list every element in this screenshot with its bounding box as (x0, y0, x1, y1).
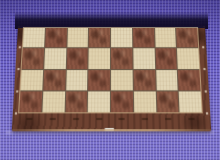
square-a2 (20, 70, 42, 91)
right-border-dot (204, 90, 206, 92)
square-e2 (111, 70, 133, 91)
square-b1 (42, 91, 64, 112)
file-mark (165, 118, 171, 120)
left-border-dot (16, 90, 18, 92)
square-h4 (176, 28, 198, 47)
folded-chess-box (12, 26, 212, 131)
square-h3 (177, 49, 199, 69)
file-mark (96, 118, 102, 120)
mat-highlight (6, 131, 214, 134)
square-a3 (22, 49, 44, 69)
right-border-dot (202, 46, 204, 48)
chess-board (12, 26, 212, 131)
square-c4 (67, 28, 88, 47)
square-g2 (156, 70, 178, 91)
square-b4 (45, 28, 67, 47)
scene (0, 0, 220, 160)
square-b2 (43, 70, 65, 91)
border-coordinate-marks (18, 118, 204, 121)
square-c1 (65, 91, 87, 112)
square-f4 (133, 28, 154, 47)
board-bottom-edge (12, 129, 212, 131)
file-mark (49, 118, 55, 120)
square-g4 (155, 28, 177, 47)
square-h2 (178, 70, 200, 91)
board-squares (19, 28, 201, 112)
board-inner-frame (18, 27, 203, 113)
left-border-dot (14, 113, 16, 115)
square-d3 (89, 49, 110, 69)
left-border-dot (17, 68, 19, 70)
square-h1 (179, 91, 202, 112)
file-mark (188, 118, 194, 120)
square-c2 (66, 70, 88, 91)
square-e3 (111, 49, 132, 69)
right-border-dot (205, 113, 207, 115)
square-a1 (19, 91, 42, 112)
right-border-dot (203, 68, 205, 70)
square-g3 (155, 49, 177, 69)
square-c3 (66, 49, 88, 69)
square-d2 (88, 70, 110, 91)
square-f1 (134, 91, 156, 112)
left-border-dot (18, 46, 20, 48)
square-f3 (133, 49, 155, 69)
square-g1 (156, 91, 178, 112)
square-a4 (23, 28, 45, 47)
file-mark (119, 118, 125, 120)
file-mark (26, 118, 32, 120)
square-e4 (111, 28, 132, 47)
square-d4 (89, 28, 110, 47)
square-b3 (44, 49, 66, 69)
square-e1 (111, 91, 133, 112)
file-mark (142, 118, 148, 120)
square-f2 (133, 70, 155, 91)
square-d1 (88, 91, 110, 112)
file-mark (72, 118, 78, 120)
